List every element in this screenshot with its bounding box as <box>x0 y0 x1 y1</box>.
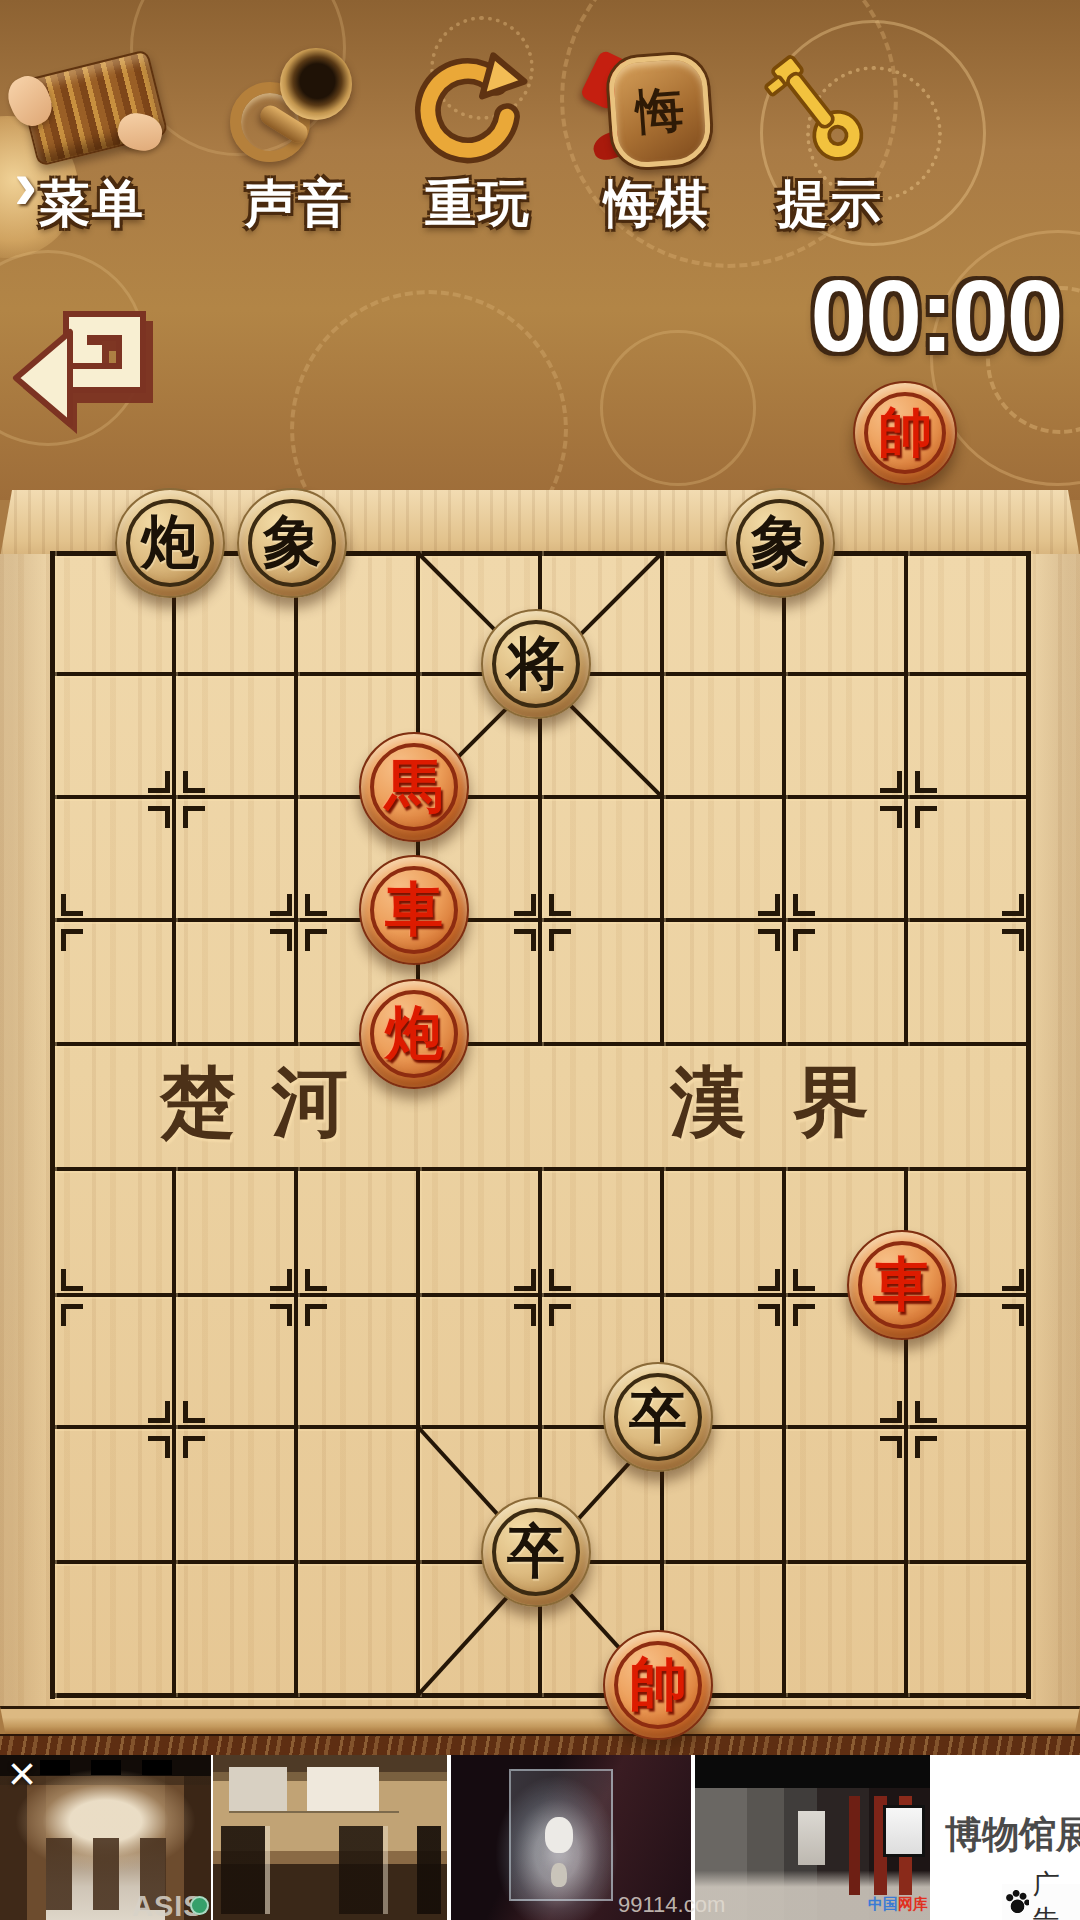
replay-arrow-icon <box>404 48 552 172</box>
piece-glyph: 卒 <box>629 1388 687 1446</box>
position-marker <box>758 1304 780 1326</box>
piece-black-elephant[interactable]: 象 <box>725 488 835 598</box>
position-marker <box>148 1436 170 1458</box>
piece-black-soldier[interactable]: 卒 <box>481 1497 591 1607</box>
piece-glyph: 炮 <box>385 1005 443 1063</box>
grid-line <box>904 551 908 1046</box>
position-marker <box>61 929 83 951</box>
position-marker <box>148 771 170 793</box>
piece-red-chariot[interactable]: 車 <box>847 1230 957 1340</box>
position-marker <box>793 894 815 916</box>
game-timer: 00:00 <box>788 258 1080 375</box>
grid-line <box>50 551 55 1699</box>
ad-close-icon[interactable]: × <box>8 1750 36 1798</box>
turn-indicator-glyph: 帥 <box>878 406 932 460</box>
position-marker <box>880 771 902 793</box>
position-marker <box>758 929 780 951</box>
position-marker <box>61 894 83 916</box>
piece-black-cannon[interactable]: 炮 <box>115 488 225 598</box>
position-marker <box>915 1436 937 1458</box>
scroll-icon <box>18 48 166 172</box>
grid-line <box>294 1167 298 1697</box>
grid-line <box>1026 551 1031 1699</box>
position-marker <box>270 1269 292 1291</box>
lower-ornament-band <box>0 1734 1080 1757</box>
position-marker <box>514 929 536 951</box>
undo-button[interactable]: 悔 悔棋 <box>575 48 739 240</box>
position-marker <box>880 1401 902 1423</box>
position-marker <box>1002 1304 1024 1326</box>
board-bottom-bevel <box>0 1706 1080 1737</box>
piece-red-cannon[interactable]: 炮 <box>359 979 469 1089</box>
paw-icon <box>1006 1890 1029 1914</box>
horn-icon <box>224 48 372 172</box>
piece-glyph: 将 <box>507 635 565 693</box>
watermark-green-logo <box>190 1896 209 1915</box>
position-marker <box>514 1269 536 1291</box>
river-label-jie: 界 <box>793 1064 869 1140</box>
position-marker <box>793 929 815 951</box>
piece-glyph: 象 <box>751 514 809 572</box>
position-marker <box>880 1436 902 1458</box>
replay-label: 重玩 <box>396 170 560 239</box>
piece-black-soldier[interactable]: 卒 <box>603 1362 713 1472</box>
position-marker <box>270 1304 292 1326</box>
menu-button[interactable]: 菜单 <box>10 48 174 240</box>
piece-glyph: 炮 <box>141 514 199 572</box>
position-marker <box>148 1401 170 1423</box>
position-marker <box>183 1436 205 1458</box>
position-marker <box>61 1269 83 1291</box>
ad-badge: 广告 <box>1002 1884 1080 1920</box>
position-marker <box>880 806 902 828</box>
position-marker <box>758 1269 780 1291</box>
watermark-wangku: 中国网库 <box>868 1896 928 1911</box>
position-marker <box>793 1269 815 1291</box>
piece-black-elephant[interactable]: 象 <box>237 488 347 598</box>
sound-label: 声音 <box>216 170 380 239</box>
grid-line <box>782 551 786 1046</box>
ad-badge-label: 广告 <box>1033 1866 1080 1920</box>
position-marker <box>305 1304 327 1326</box>
position-marker <box>183 771 205 793</box>
grid-line <box>294 551 298 1046</box>
undo-label: 悔棋 <box>575 170 739 239</box>
position-marker <box>305 1269 327 1291</box>
grid-line <box>172 1167 176 1697</box>
position-marker <box>1002 1269 1024 1291</box>
position-marker <box>915 771 937 793</box>
position-marker <box>514 1304 536 1326</box>
grid-line <box>782 1167 786 1697</box>
turn-indicator-piece: 帥 <box>853 381 957 485</box>
piece-red-general[interactable]: 帥 <box>603 1630 713 1740</box>
hint-button[interactable]: 提示 <box>748 48 912 240</box>
position-marker <box>549 1269 571 1291</box>
piece-black-general[interactable]: 将 <box>481 609 591 719</box>
river-label-chu: 楚 <box>160 1064 236 1140</box>
piece-glyph: 象 <box>263 514 321 572</box>
position-marker <box>793 1304 815 1326</box>
watermark-99114: 99114.com <box>618 1894 725 1916</box>
position-marker <box>549 1304 571 1326</box>
position-marker <box>549 894 571 916</box>
position-marker <box>305 929 327 951</box>
piece-glyph: 車 <box>873 1256 931 1314</box>
back-button[interactable] <box>12 290 190 442</box>
piece-glyph: 馬 <box>385 758 443 816</box>
position-marker <box>915 1401 937 1423</box>
position-marker <box>549 929 571 951</box>
piece-glyph: 帥 <box>629 1656 687 1714</box>
position-marker <box>915 806 937 828</box>
sound-button[interactable]: 声音 <box>216 48 380 240</box>
grid-line <box>660 551 664 1046</box>
position-marker <box>1002 894 1024 916</box>
position-marker <box>514 894 536 916</box>
grid-line <box>172 551 176 1046</box>
ad-photo-2[interactable] <box>213 1755 447 1920</box>
piece-glyph: 卒 <box>507 1523 565 1581</box>
piece-glyph: 車 <box>385 881 443 939</box>
app-screen: › 菜单 声音 重玩 悔 悔棋 <box>0 0 1080 1920</box>
hint-label: 提示 <box>748 170 912 239</box>
river-label-han: 漢 <box>670 1064 746 1140</box>
river-label-he: 河 <box>272 1064 348 1140</box>
replay-button[interactable]: 重玩 <box>396 48 560 240</box>
position-marker <box>183 1401 205 1423</box>
position-marker <box>1002 929 1024 951</box>
menu-label: 菜单 <box>10 170 174 239</box>
position-marker <box>270 929 292 951</box>
position-marker <box>61 1304 83 1326</box>
ad-title[interactable]: 博物馆展柜 <box>945 1810 1080 1860</box>
key-icon <box>756 48 904 172</box>
position-marker <box>183 806 205 828</box>
piece-red-chariot[interactable]: 車 <box>359 855 469 965</box>
position-marker <box>305 894 327 916</box>
piece-red-horse[interactable]: 馬 <box>359 732 469 842</box>
position-marker <box>758 894 780 916</box>
undo-plaque-icon: 悔 <box>583 48 731 172</box>
grid-line <box>538 1167 542 1697</box>
position-marker <box>270 894 292 916</box>
position-marker <box>148 806 170 828</box>
